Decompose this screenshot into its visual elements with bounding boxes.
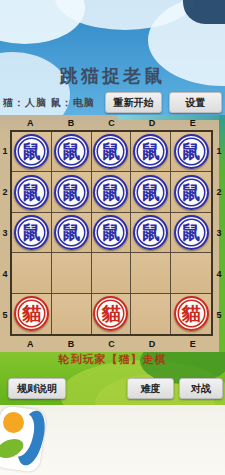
coord-label-C: C: [91, 116, 132, 129]
coord-label-D: D: [132, 337, 173, 350]
col-labels-bottom: ABCDE: [10, 337, 213, 350]
board-cell-D1[interactable]: 鼠: [131, 132, 171, 172]
col-labels-top: ABCDE: [10, 116, 213, 129]
coord-label-5: 5: [215, 295, 223, 336]
coord-label-C: C: [91, 337, 132, 350]
board-cell-A1[interactable]: 鼠: [12, 132, 52, 172]
board-cell-E2[interactable]: 鼠: [171, 172, 211, 212]
board-cell-D2[interactable]: 鼠: [131, 172, 171, 212]
mouse-piece[interactable]: 鼠: [14, 175, 49, 210]
board-cell-E1[interactable]: 鼠: [171, 132, 211, 172]
board-cell-B1[interactable]: 鼠: [52, 132, 92, 172]
coord-label-B: B: [51, 116, 92, 129]
mouse-piece[interactable]: 鼠: [174, 134, 209, 169]
mouse-piece[interactable]: 鼠: [174, 175, 209, 210]
coord-label-3: 3: [215, 212, 223, 253]
difficulty-button[interactable]: 难度: [127, 378, 174, 399]
board-cell-C3[interactable]: 鼠: [92, 213, 132, 253]
coord-label-1: 1: [1, 130, 9, 171]
logo-orange-ball: [3, 412, 24, 433]
board-cell-B2[interactable]: 鼠: [52, 172, 92, 212]
turn-status-text: 轮到玩家【猫】走棋: [0, 352, 225, 367]
restart-button[interactable]: 重新开始: [105, 92, 162, 113]
coord-label-A: A: [10, 116, 51, 129]
coord-label-2: 2: [215, 171, 223, 212]
game-screen: 跳猫捉老鼠 猫：人脑 鼠：电脑 重新开始 设置 ABCDE ABCDE 1234…: [0, 0, 225, 475]
board-cell-E3[interactable]: 鼠: [171, 213, 211, 253]
board-cell-E4[interactable]: [171, 253, 211, 293]
board-cell-E5[interactable]: 貓: [171, 294, 211, 334]
mouse-piece[interactable]: 鼠: [14, 215, 49, 250]
row-labels-left: 12345: [1, 130, 9, 336]
board-cell-C2[interactable]: 鼠: [92, 172, 132, 212]
players-assignment-label: 猫：人脑 鼠：电脑: [3, 96, 95, 110]
board-cell-A2[interactable]: 鼠: [12, 172, 52, 212]
mouse-piece[interactable]: 鼠: [54, 175, 89, 210]
board-cell-C5[interactable]: 貓: [92, 294, 132, 334]
mouse-piece[interactable]: 鼠: [54, 134, 89, 169]
board-cell-A3[interactable]: 鼠: [12, 213, 52, 253]
board-cell-B4[interactable]: [52, 253, 92, 293]
board-cell-A5[interactable]: 貓: [12, 294, 52, 334]
rules-button[interactable]: 规则说明: [8, 378, 66, 399]
rainbow-download-logo: [0, 406, 47, 474]
coord-label-D: D: [132, 116, 173, 129]
board-cell-C1[interactable]: 鼠: [92, 132, 132, 172]
board-cell-D4[interactable]: [131, 253, 171, 293]
cat-piece[interactable]: 貓: [174, 296, 209, 331]
coord-label-4: 4: [215, 254, 223, 295]
cat-piece[interactable]: 貓: [93, 296, 128, 331]
board-cell-B5[interactable]: [52, 294, 92, 334]
coord-label-1: 1: [215, 130, 223, 171]
mouse-piece[interactable]: 鼠: [93, 215, 128, 250]
coord-label-4: 4: [1, 254, 9, 295]
coord-label-3: 3: [1, 212, 9, 253]
mouse-piece[interactable]: 鼠: [14, 134, 49, 169]
coord-label-A: A: [10, 337, 51, 350]
board-cell-D3[interactable]: 鼠: [131, 213, 171, 253]
board-cell-C4[interactable]: [92, 253, 132, 293]
mouse-piece[interactable]: 鼠: [54, 215, 89, 250]
battle-button[interactable]: 对战: [179, 378, 223, 399]
coord-label-E: E: [172, 116, 213, 129]
mouse-piece[interactable]: 鼠: [93, 134, 128, 169]
board-cell-D5[interactable]: [131, 294, 171, 334]
board-cell-B3[interactable]: 鼠: [52, 213, 92, 253]
settings-button[interactable]: 设置: [169, 92, 222, 113]
board-cell-A4[interactable]: [12, 253, 52, 293]
coord-label-2: 2: [1, 171, 9, 212]
coord-label-5: 5: [1, 295, 9, 336]
mouse-piece[interactable]: 鼠: [133, 134, 168, 169]
page-title: 跳猫捉老鼠: [0, 64, 225, 88]
cat-piece[interactable]: 貓: [14, 296, 49, 331]
row-labels-right: 12345: [215, 130, 223, 336]
mouse-piece[interactable]: 鼠: [93, 175, 128, 210]
board-grid: 鼠鼠鼠鼠鼠鼠鼠鼠鼠鼠鼠鼠鼠鼠鼠貓貓貓: [10, 130, 213, 336]
mouse-piece[interactable]: 鼠: [133, 175, 168, 210]
coord-label-B: B: [51, 337, 92, 350]
mouse-piece[interactable]: 鼠: [133, 215, 168, 250]
coord-label-E: E: [172, 337, 213, 350]
mouse-piece[interactable]: 鼠: [174, 215, 209, 250]
